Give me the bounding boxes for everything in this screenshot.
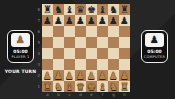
square-f1[interactable]: ♝ — [97, 81, 108, 92]
white-pawn[interactable]: ♟ — [43, 71, 52, 81]
black-pawn[interactable]: ♟ — [43, 16, 52, 26]
square-a4[interactable] — [42, 48, 53, 59]
black-king[interactable]: ♚ — [87, 5, 96, 15]
square-f2[interactable]: ♟ — [97, 70, 108, 81]
white-pawn[interactable]: ♟ — [98, 71, 107, 81]
square-h4[interactable] — [119, 48, 130, 59]
white-rook[interactable]: ♜ — [120, 82, 129, 92]
square-e4[interactable] — [86, 48, 97, 59]
square-h7[interactable]: ♟ — [119, 15, 130, 26]
square-b1[interactable]: ♞ — [53, 81, 64, 92]
square-h5[interactable] — [119, 37, 130, 48]
black-queen[interactable]: ♛ — [76, 5, 85, 15]
square-e2[interactable]: ♟ — [86, 70, 97, 81]
square-d3[interactable] — [75, 59, 86, 70]
square-b6[interactable] — [53, 26, 64, 37]
square-e6[interactable] — [86, 26, 97, 37]
white-king[interactable]: ♚ — [87, 82, 96, 92]
square-f5[interactable] — [97, 37, 108, 48]
rank-label-8: 8 — [33, 4, 40, 15]
black-pawn-icon: ♟ — [150, 35, 159, 45]
square-g5[interactable] — [108, 37, 119, 48]
black-bishop[interactable]: ♝ — [65, 5, 74, 15]
square-d5[interactable] — [75, 37, 86, 48]
black-player-name: COMPUTER — [144, 55, 165, 59]
black-bishop[interactable]: ♝ — [98, 5, 107, 15]
white-knight[interactable]: ♞ — [54, 82, 63, 92]
square-a7[interactable]: ♟ — [42, 15, 53, 26]
file-label-c: c — [64, 92, 75, 98]
player-card-white: ♟ 05:00 PLAYER 1 — [7, 30, 34, 63]
black-knight[interactable]: ♞ — [54, 5, 63, 15]
square-d2[interactable]: ♟ — [75, 70, 86, 81]
square-g2[interactable]: ♟ — [108, 70, 119, 81]
rank-labels: 87654321 — [33, 4, 40, 92]
square-b3[interactable] — [53, 59, 64, 70]
square-b4[interactable] — [53, 48, 64, 59]
black-pawn[interactable]: ♟ — [98, 16, 107, 26]
white-pawn[interactable]: ♟ — [87, 71, 96, 81]
rank-label-5: 5 — [33, 37, 40, 48]
player-card-black: ♟ 05:00 COMPUTER — [141, 30, 168, 63]
file-label-b: b — [53, 92, 64, 98]
square-h6[interactable] — [119, 26, 130, 37]
square-g4[interactable] — [108, 48, 119, 59]
white-bishop[interactable]: ♝ — [98, 82, 107, 92]
file-label-a: a — [42, 92, 53, 98]
square-a6[interactable] — [42, 26, 53, 37]
square-d7[interactable]: ♟ — [75, 15, 86, 26]
square-c2[interactable]: ♟ — [64, 70, 75, 81]
black-pawn[interactable]: ♟ — [76, 16, 85, 26]
chess-board[interactable]: ♜♞♝♛♚♝♞♜♟♟♟♟♟♟♟♟♟♟♟♟♟♟♟♟♜♞♝♛♚♝♞♜ — [42, 4, 130, 92]
square-e1[interactable]: ♚ — [86, 81, 97, 92]
white-knight[interactable]: ♞ — [109, 82, 118, 92]
square-b5[interactable] — [53, 37, 64, 48]
white-player-avatar: ♟ — [11, 33, 30, 47]
black-pawn[interactable]: ♟ — [54, 16, 63, 26]
square-b2[interactable]: ♟ — [53, 70, 64, 81]
square-f4[interactable] — [97, 48, 108, 59]
white-pawn[interactable]: ♟ — [54, 71, 63, 81]
file-label-h: h — [119, 92, 130, 98]
black-knight[interactable]: ♞ — [109, 5, 118, 15]
black-pawn[interactable]: ♟ — [120, 16, 129, 26]
square-g3[interactable] — [108, 59, 119, 70]
square-d1[interactable]: ♛ — [75, 81, 86, 92]
square-f7[interactable]: ♟ — [97, 15, 108, 26]
square-d8[interactable]: ♛ — [75, 4, 86, 15]
square-a2[interactable]: ♟ — [42, 70, 53, 81]
square-g8[interactable]: ♞ — [108, 4, 119, 15]
file-label-e: e — [86, 92, 97, 98]
white-pawn[interactable]: ♟ — [76, 71, 85, 81]
black-rook[interactable]: ♜ — [120, 5, 129, 15]
black-pawn[interactable]: ♟ — [109, 16, 118, 26]
turn-indicator: YOUR TURN — [0, 69, 41, 74]
rank-label-6: 6 — [33, 26, 40, 37]
white-pawn[interactable]: ♟ — [65, 71, 74, 81]
white-rook[interactable]: ♜ — [43, 82, 52, 92]
square-b8[interactable]: ♞ — [53, 4, 64, 15]
white-pawn-icon: ♟ — [16, 35, 25, 45]
square-e5[interactable] — [86, 37, 97, 48]
square-e8[interactable]: ♚ — [86, 4, 97, 15]
file-labels: abcdefgh — [42, 92, 130, 98]
square-g1[interactable]: ♞ — [108, 81, 119, 92]
square-h3[interactable] — [119, 59, 130, 70]
square-f8[interactable]: ♝ — [97, 4, 108, 15]
square-a5[interactable] — [42, 37, 53, 48]
square-a8[interactable]: ♜ — [42, 4, 53, 15]
square-g7[interactable]: ♟ — [108, 15, 119, 26]
white-pawn[interactable]: ♟ — [120, 71, 129, 81]
square-c7[interactable]: ♟ — [64, 15, 75, 26]
file-label-f: f — [97, 92, 108, 98]
rank-label-7: 7 — [33, 15, 40, 26]
white-queen[interactable]: ♛ — [76, 82, 85, 92]
square-c6[interactable] — [64, 26, 75, 37]
square-h8[interactable]: ♜ — [119, 4, 130, 15]
square-d4[interactable] — [75, 48, 86, 59]
square-c3[interactable] — [64, 59, 75, 70]
black-pawn[interactable]: ♟ — [65, 16, 74, 26]
black-rook[interactable]: ♜ — [43, 5, 52, 15]
black-player-clock: 05:00 — [147, 49, 161, 54]
file-label-g: g — [108, 92, 119, 98]
square-f3[interactable] — [97, 59, 108, 70]
square-g6[interactable] — [108, 26, 119, 37]
square-h2[interactable]: ♟ — [119, 70, 130, 81]
rank-label-1: 1 — [33, 81, 40, 92]
square-h1[interactable]: ♜ — [119, 81, 130, 92]
white-player-name: PLAYER 1 — [12, 55, 30, 59]
black-pawn[interactable]: ♟ — [87, 16, 96, 26]
square-e7[interactable]: ♟ — [86, 15, 97, 26]
square-c1[interactable]: ♝ — [64, 81, 75, 92]
square-f6[interactable] — [97, 26, 108, 37]
white-pawn[interactable]: ♟ — [109, 71, 118, 81]
square-a3[interactable] — [42, 59, 53, 70]
white-bishop[interactable]: ♝ — [65, 82, 74, 92]
square-c8[interactable]: ♝ — [64, 4, 75, 15]
square-d6[interactable] — [75, 26, 86, 37]
black-player-avatar: ♟ — [145, 33, 164, 47]
square-e3[interactable] — [86, 59, 97, 70]
square-c5[interactable] — [64, 37, 75, 48]
file-label-d: d — [75, 92, 86, 98]
white-player-clock: 05:00 — [13, 49, 27, 54]
rank-label-4: 4 — [33, 48, 40, 59]
square-b7[interactable]: ♟ — [53, 15, 64, 26]
square-c4[interactable] — [64, 48, 75, 59]
square-a1[interactable]: ♜ — [42, 81, 53, 92]
